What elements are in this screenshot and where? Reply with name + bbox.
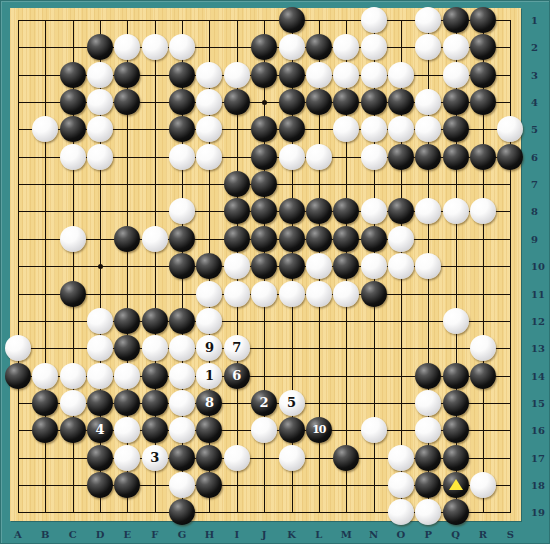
- stone-black: [415, 472, 441, 498]
- stone-white: [32, 116, 58, 142]
- row-label: 13: [531, 343, 545, 354]
- stone-black: [142, 308, 168, 334]
- stone-black: 2: [251, 390, 277, 416]
- stone-black: [224, 226, 250, 252]
- stone-black: [60, 281, 86, 307]
- stone-white: [87, 363, 113, 389]
- stone-white: [114, 34, 140, 60]
- stone-black: [60, 116, 86, 142]
- stone-black: [470, 363, 496, 389]
- stone-black: [114, 390, 140, 416]
- stone-black: [60, 62, 86, 88]
- stone-white: [114, 417, 140, 443]
- stone-black: [169, 116, 195, 142]
- stone-black: [224, 171, 250, 197]
- stone-black: [251, 116, 277, 142]
- stone-white: [333, 62, 359, 88]
- column-label: C: [69, 529, 77, 540]
- stone-white: [388, 499, 414, 525]
- stone-black: [415, 445, 441, 471]
- row-label: 18: [531, 479, 545, 490]
- stone-white: [306, 281, 332, 307]
- column-label: P: [424, 529, 432, 540]
- move-number-label: 2: [260, 390, 269, 416]
- stone-black: [443, 363, 469, 389]
- stone-black: [470, 89, 496, 115]
- stone-black: [443, 417, 469, 443]
- stone-black: [224, 89, 250, 115]
- stone-white: [470, 198, 496, 224]
- stone-black: [415, 144, 441, 170]
- stone-white: [361, 198, 387, 224]
- stone-white: [470, 472, 496, 498]
- stone-black: [388, 198, 414, 224]
- column-label: R: [479, 529, 487, 540]
- stone-white: 9: [196, 335, 222, 361]
- move-number-label: 9: [205, 335, 214, 361]
- stone-white: [142, 335, 168, 361]
- star-point: [262, 100, 267, 105]
- row-label: 6: [531, 151, 538, 162]
- column-label: B: [41, 529, 49, 540]
- stone-white: [196, 144, 222, 170]
- stone-white: [388, 253, 414, 279]
- stone-white: [142, 34, 168, 60]
- stone-black: [306, 89, 332, 115]
- stone-black: [224, 198, 250, 224]
- stone-black: [470, 7, 496, 33]
- stone-black: [5, 363, 31, 389]
- row-label: 15: [531, 397, 545, 408]
- move-number-label: 10: [312, 417, 325, 443]
- stone-white: [279, 34, 305, 60]
- stone-black: [443, 7, 469, 33]
- stone-white: [361, 417, 387, 443]
- stone-white: [114, 445, 140, 471]
- stone-white: 3: [142, 445, 168, 471]
- stone-black: [279, 226, 305, 252]
- stone-white: [361, 253, 387, 279]
- stone-black: [114, 62, 140, 88]
- stone-white: [333, 116, 359, 142]
- stone-white: [415, 34, 441, 60]
- stone-black: [279, 62, 305, 88]
- stone-black: [361, 226, 387, 252]
- stone-white: [196, 89, 222, 115]
- stone-black: [279, 89, 305, 115]
- stone-black: [114, 226, 140, 252]
- stone-black: [114, 472, 140, 498]
- stone-white: [361, 7, 387, 33]
- stone-black: [251, 253, 277, 279]
- stone-black: [333, 198, 359, 224]
- stone-white: [443, 308, 469, 334]
- stone-black: [251, 62, 277, 88]
- stone-black: [169, 445, 195, 471]
- stone-black: [142, 417, 168, 443]
- stone-black: [60, 89, 86, 115]
- stone-black: [361, 89, 387, 115]
- stone-black: [87, 390, 113, 416]
- stone-white: [114, 363, 140, 389]
- stone-white: [443, 34, 469, 60]
- stone-black: [443, 116, 469, 142]
- stone-black: 8: [196, 390, 222, 416]
- stone-black: [443, 445, 469, 471]
- stone-black: [443, 89, 469, 115]
- column-label: I: [234, 529, 239, 540]
- stone-white: [169, 34, 195, 60]
- stone-black: [142, 390, 168, 416]
- stone-white: [388, 472, 414, 498]
- stone-white: [87, 116, 113, 142]
- row-label: 12: [531, 315, 545, 326]
- stone-white: [169, 390, 195, 416]
- stone-white: [443, 198, 469, 224]
- stone-black: [251, 144, 277, 170]
- stone-white: [87, 89, 113, 115]
- stone-white: [196, 116, 222, 142]
- stone-white: [306, 253, 332, 279]
- row-label: 1: [531, 15, 538, 26]
- row-label: 7: [531, 179, 538, 190]
- stone-black: [114, 335, 140, 361]
- stone-white: [388, 62, 414, 88]
- stone-white: [196, 281, 222, 307]
- column-label: H: [205, 529, 214, 540]
- stone-white: [333, 34, 359, 60]
- stone-white: [415, 253, 441, 279]
- stone-white: [470, 335, 496, 361]
- stone-black: [87, 34, 113, 60]
- column-label: L: [315, 529, 322, 540]
- row-label: 3: [531, 69, 538, 80]
- go-app-window: 97168254103 ABCDEFGHIJKLMNOPQRS123456789…: [0, 0, 550, 544]
- column-label: M: [341, 529, 352, 540]
- row-label: 17: [531, 452, 545, 463]
- row-label: 16: [531, 425, 545, 436]
- stone-white: [251, 281, 277, 307]
- stone-white: [415, 198, 441, 224]
- column-label: O: [397, 529, 406, 540]
- stone-white: [169, 417, 195, 443]
- stone-white: [87, 144, 113, 170]
- goban-board[interactable]: 97168254103: [10, 8, 521, 521]
- stone-black: [279, 198, 305, 224]
- stone-white: [87, 335, 113, 361]
- stone-white: [169, 144, 195, 170]
- stone-black: [333, 445, 359, 471]
- stone-white: [224, 62, 250, 88]
- stone-white: [361, 116, 387, 142]
- stone-black: [361, 281, 387, 307]
- stone-white: [415, 7, 441, 33]
- stone-black: [306, 226, 332, 252]
- stone-black: [279, 116, 305, 142]
- stone-white: 5: [279, 390, 305, 416]
- triangle-marker: [449, 479, 463, 490]
- stone-black: [169, 253, 195, 279]
- row-label: 9: [531, 233, 538, 244]
- column-label: F: [151, 529, 158, 540]
- stone-black: [169, 499, 195, 525]
- stone-white: [388, 116, 414, 142]
- stone-white: [361, 62, 387, 88]
- stone-white: [169, 198, 195, 224]
- stone-black: [169, 308, 195, 334]
- stone-black: [251, 171, 277, 197]
- stone-white: [60, 144, 86, 170]
- stone-black: [388, 89, 414, 115]
- row-label: 14: [531, 370, 545, 381]
- column-label: Q: [451, 529, 460, 540]
- stone-black: [333, 89, 359, 115]
- stone-white: [279, 445, 305, 471]
- column-label: K: [287, 529, 296, 540]
- column-label: N: [369, 529, 378, 540]
- stone-white: [306, 62, 332, 88]
- stone-white: [415, 89, 441, 115]
- stone-white: 1: [196, 363, 222, 389]
- stone-black: [114, 308, 140, 334]
- stone-black: [443, 499, 469, 525]
- grid-line-vertical: [510, 20, 511, 513]
- stone-white: [415, 116, 441, 142]
- stone-black: [306, 34, 332, 60]
- stone-white: [443, 62, 469, 88]
- stone-white: [196, 308, 222, 334]
- stone-black: [32, 390, 58, 416]
- row-label: 2: [531, 42, 538, 53]
- stone-white: [32, 363, 58, 389]
- stone-black: [497, 144, 523, 170]
- row-label: 5: [531, 124, 538, 135]
- stone-black: [251, 198, 277, 224]
- stone-black: [443, 472, 469, 498]
- stone-white: [196, 62, 222, 88]
- stone-black: 6: [224, 363, 250, 389]
- stone-black: [279, 417, 305, 443]
- row-label: 10: [531, 261, 545, 272]
- stone-black: [279, 253, 305, 279]
- stone-white: [60, 390, 86, 416]
- stone-black: [169, 62, 195, 88]
- row-label: 8: [531, 206, 538, 217]
- star-point: [98, 264, 103, 269]
- column-label: E: [124, 529, 132, 540]
- stone-white: [87, 308, 113, 334]
- row-label: 4: [531, 97, 538, 108]
- move-number-label: 8: [205, 390, 214, 416]
- stone-black: [114, 89, 140, 115]
- move-number-label: 4: [96, 417, 105, 443]
- stone-white: [279, 144, 305, 170]
- stone-white: [361, 34, 387, 60]
- stone-white: [306, 144, 332, 170]
- row-label: 11: [531, 288, 545, 299]
- stone-black: [196, 445, 222, 471]
- stone-black: [470, 62, 496, 88]
- stone-black: [470, 144, 496, 170]
- move-number-label: 6: [232, 363, 241, 389]
- stone-black: [87, 472, 113, 498]
- stone-white: [415, 390, 441, 416]
- stone-white: [388, 226, 414, 252]
- stone-white: [224, 253, 250, 279]
- stone-black: [470, 34, 496, 60]
- stone-black: [333, 253, 359, 279]
- column-label: S: [507, 529, 514, 540]
- stone-black: 10: [306, 417, 332, 443]
- stone-white: [224, 445, 250, 471]
- stone-white: [361, 144, 387, 170]
- stone-black: [60, 417, 86, 443]
- stone-white: [142, 226, 168, 252]
- stone-white: [60, 363, 86, 389]
- stone-white: [251, 417, 277, 443]
- move-number-label: 3: [150, 445, 159, 471]
- move-number-label: 5: [287, 390, 296, 416]
- stone-black: [443, 144, 469, 170]
- stone-black: [251, 226, 277, 252]
- column-label: A: [14, 529, 22, 540]
- stone-black: [196, 417, 222, 443]
- stone-black: [87, 445, 113, 471]
- stone-white: 7: [224, 335, 250, 361]
- stone-black: [388, 144, 414, 170]
- stone-black: [279, 7, 305, 33]
- stone-black: [196, 253, 222, 279]
- stone-black: [32, 417, 58, 443]
- stone-white: [87, 62, 113, 88]
- stone-black: [415, 363, 441, 389]
- stone-black: [142, 363, 168, 389]
- stone-black: [251, 34, 277, 60]
- stone-black: [443, 390, 469, 416]
- stone-white: [169, 472, 195, 498]
- stone-white: [415, 417, 441, 443]
- stone-black: [306, 198, 332, 224]
- column-label: D: [96, 529, 105, 540]
- column-label: J: [262, 529, 267, 540]
- stone-white: [388, 445, 414, 471]
- move-number-label: 7: [232, 335, 241, 361]
- stone-white: [224, 281, 250, 307]
- stone-white: [60, 226, 86, 252]
- column-label: G: [178, 529, 187, 540]
- stone-black: 4: [87, 417, 113, 443]
- stone-white: [333, 281, 359, 307]
- stone-white: [415, 499, 441, 525]
- move-number-label: 1: [205, 363, 214, 389]
- stone-black: [196, 472, 222, 498]
- stone-black: [169, 89, 195, 115]
- stone-black: [333, 226, 359, 252]
- stone-white: [5, 335, 31, 361]
- stone-white: [169, 335, 195, 361]
- row-label: 19: [531, 507, 545, 518]
- stone-white: [497, 116, 523, 142]
- stone-black: [169, 226, 195, 252]
- stone-white: [279, 281, 305, 307]
- stone-white: [169, 363, 195, 389]
